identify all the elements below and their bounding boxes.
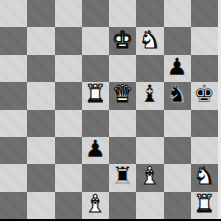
white-bishop-d1: ♝ xyxy=(85,192,107,218)
square-f3[interactable] xyxy=(136,137,163,164)
white-queen-e5: ♛ xyxy=(112,82,134,108)
square-d1[interactable]: ♝ xyxy=(82,192,109,219)
square-d3[interactable]: ♟ xyxy=(82,137,109,164)
black-rook-e2: ♜ xyxy=(112,164,134,190)
scan-right-margin xyxy=(218,0,221,219)
black-knight-g5: ♞ xyxy=(166,82,188,108)
white-knight-h2: ♞ xyxy=(194,164,216,190)
square-h4[interactable] xyxy=(191,110,218,137)
square-b7[interactable] xyxy=(27,27,54,54)
square-c5[interactable] xyxy=(55,82,82,109)
white-rook-h1: ♜ xyxy=(194,192,216,218)
square-c4[interactable] xyxy=(55,110,82,137)
square-f4[interactable] xyxy=(136,110,163,137)
square-g6[interactable]: ♟ xyxy=(164,55,191,82)
square-f8[interactable] xyxy=(136,0,163,27)
square-e5[interactable]: ♛ xyxy=(109,82,136,109)
square-g8[interactable] xyxy=(164,0,191,27)
square-g4[interactable] xyxy=(164,110,191,137)
square-a8[interactable] xyxy=(0,0,27,27)
black-bishop-f5: ♝ xyxy=(139,82,161,108)
square-f1[interactable] xyxy=(136,192,163,219)
square-c1[interactable] xyxy=(55,192,82,219)
square-a5[interactable] xyxy=(0,82,27,109)
square-h8[interactable] xyxy=(191,0,218,27)
chess-board-diagram: ♚♞♟♜♛♝♞♚♟♜♝♞♝♜ xyxy=(0,0,221,223)
square-b2[interactable] xyxy=(27,164,54,191)
square-e4[interactable] xyxy=(109,110,136,137)
square-d5[interactable]: ♜ xyxy=(82,82,109,109)
square-d2[interactable] xyxy=(82,164,109,191)
square-c2[interactable] xyxy=(55,164,82,191)
white-king-e7: ♚ xyxy=(112,27,134,53)
square-b1[interactable] xyxy=(27,192,54,219)
square-a4[interactable] xyxy=(0,110,27,137)
square-e8[interactable] xyxy=(109,0,136,27)
square-b3[interactable] xyxy=(27,137,54,164)
square-c7[interactable] xyxy=(55,27,82,54)
square-f5[interactable]: ♝ xyxy=(136,82,163,109)
chessboard: ♚♞♟♜♛♝♞♚♟♜♝♞♝♜ xyxy=(0,0,218,219)
square-h2[interactable]: ♞ xyxy=(191,164,218,191)
black-king-h5: ♚ xyxy=(194,82,216,108)
square-c6[interactable] xyxy=(55,55,82,82)
square-b4[interactable] xyxy=(27,110,54,137)
scan-bottom-margin xyxy=(0,221,221,223)
square-d8[interactable] xyxy=(82,0,109,27)
square-a2[interactable] xyxy=(0,164,27,191)
square-e7[interactable]: ♚ xyxy=(109,27,136,54)
black-pawn-d3: ♟ xyxy=(85,137,107,163)
square-c8[interactable] xyxy=(55,0,82,27)
square-a7[interactable] xyxy=(0,27,27,54)
square-g3[interactable] xyxy=(164,137,191,164)
square-g2[interactable] xyxy=(164,164,191,191)
black-pawn-g6: ♟ xyxy=(166,55,188,81)
square-f7[interactable]: ♞ xyxy=(136,27,163,54)
white-rook-d5: ♜ xyxy=(85,82,107,108)
white-knight-f7: ♞ xyxy=(139,27,161,53)
square-d6[interactable] xyxy=(82,55,109,82)
square-h1[interactable]: ♜ xyxy=(191,192,218,219)
square-a6[interactable] xyxy=(0,55,27,82)
square-h5[interactable]: ♚ xyxy=(191,82,218,109)
square-g7[interactable] xyxy=(164,27,191,54)
square-c3[interactable] xyxy=(55,137,82,164)
square-a3[interactable] xyxy=(0,137,27,164)
square-a1[interactable] xyxy=(0,192,27,219)
square-d7[interactable] xyxy=(82,27,109,54)
white-bishop-f2: ♝ xyxy=(139,164,161,190)
square-e3[interactable] xyxy=(109,137,136,164)
square-e6[interactable] xyxy=(109,55,136,82)
square-g1[interactable] xyxy=(164,192,191,219)
square-b6[interactable] xyxy=(27,55,54,82)
square-h7[interactable] xyxy=(191,27,218,54)
square-f2[interactable]: ♝ xyxy=(136,164,163,191)
square-h6[interactable] xyxy=(191,55,218,82)
square-e2[interactable]: ♜ xyxy=(109,164,136,191)
square-e1[interactable] xyxy=(109,192,136,219)
square-f6[interactable] xyxy=(136,55,163,82)
square-b5[interactable] xyxy=(27,82,54,109)
square-d4[interactable] xyxy=(82,110,109,137)
square-g5[interactable]: ♞ xyxy=(164,82,191,109)
square-h3[interactable] xyxy=(191,137,218,164)
square-b8[interactable] xyxy=(27,0,54,27)
